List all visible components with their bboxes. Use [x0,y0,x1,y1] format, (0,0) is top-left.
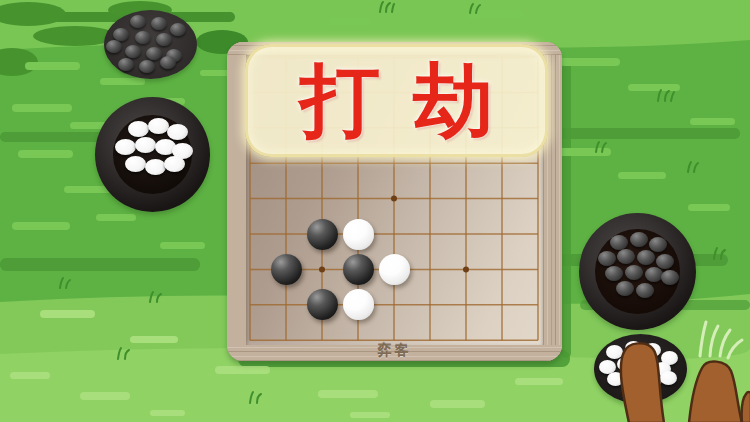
finger-1 [621,343,664,422]
app-screen: 弈客 打劫 [0,0,750,422]
finger-3 [742,392,750,422]
hand-fingers [0,0,750,422]
finger-2 [689,362,742,422]
